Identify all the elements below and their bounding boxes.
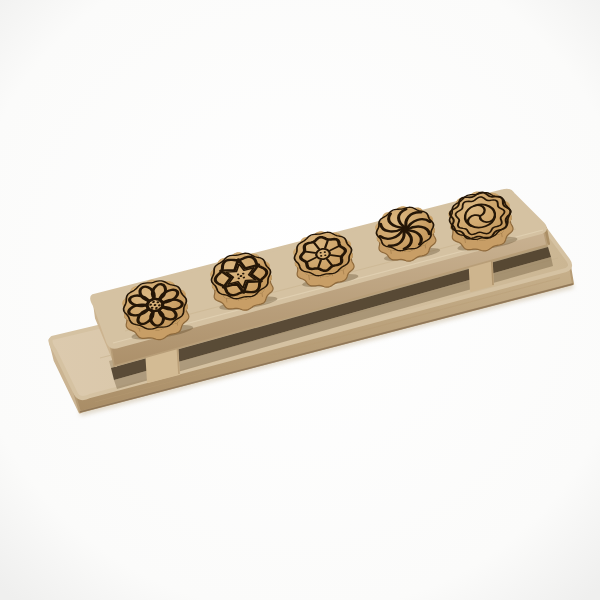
mooncake-stamp-set-photo <box>0 0 600 600</box>
product-photo <box>0 0 600 600</box>
